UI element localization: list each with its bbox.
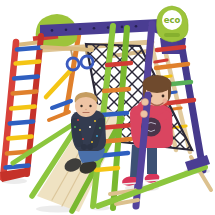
ladder-rung <box>16 62 40 64</box>
child-hair-side <box>168 86 171 101</box>
sneaker-sole <box>145 180 158 181</box>
toddler-hand <box>81 144 87 150</box>
play-gym-photo: eco <box>0 0 215 215</box>
child-jeans-leg <box>147 145 157 174</box>
ladder-rung <box>8 137 31 139</box>
ladder-rung <box>14 77 38 79</box>
back-yellow-bar <box>46 71 70 97</box>
ladder-rung <box>6 166 29 168</box>
child-hand <box>141 111 148 118</box>
play-gym-scene: eco <box>0 0 215 215</box>
ladder-rung <box>104 89 129 91</box>
ladder-rung <box>107 63 131 65</box>
back-orange-rung <box>49 112 69 120</box>
sneaker-sole <box>123 183 137 184</box>
ladder-rung <box>17 48 41 50</box>
ladder-rung <box>11 107 35 109</box>
back-ladder-rung <box>155 60 167 62</box>
ladder-rung <box>101 113 127 115</box>
ladder-rung <box>10 122 33 124</box>
ladder-rung <box>13 92 37 94</box>
eco-badge-label: eco <box>164 15 181 25</box>
ladder-rung <box>96 168 118 170</box>
child-hand <box>142 99 149 106</box>
eco-badge: eco <box>157 6 189 42</box>
toddler-hand <box>87 144 93 150</box>
toddler-arm <box>75 122 79 143</box>
eco-badge-slot <box>164 33 180 37</box>
child-hair <box>143 75 172 93</box>
frame-rung <box>157 47 184 50</box>
